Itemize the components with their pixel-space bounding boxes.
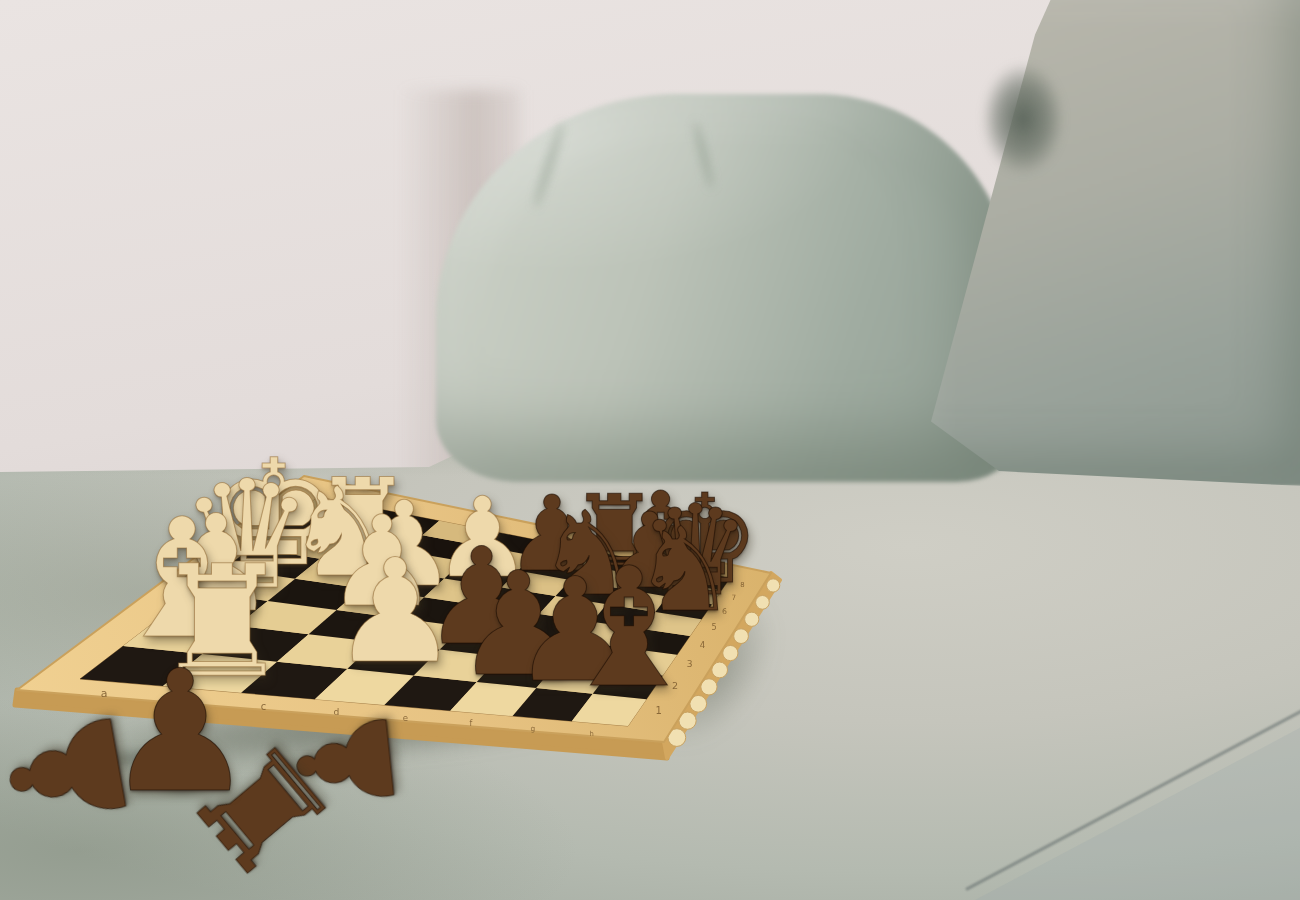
file-label-d: d <box>334 706 340 717</box>
file-label-e: e <box>403 713 408 723</box>
scalloped-edge-bead <box>723 645 738 660</box>
rank-label-1: 1 <box>656 705 662 716</box>
file-label-f: f <box>469 719 472 728</box>
file-label-b: b <box>183 693 190 705</box>
rank-label-5: 5 <box>711 622 716 632</box>
rank-label-8: 8 <box>740 581 744 589</box>
scalloped-edge-bead <box>734 629 749 644</box>
rank-label-7: 7 <box>731 593 736 602</box>
file-label-c: c <box>261 701 266 712</box>
rank-label-2: 2 <box>672 680 678 691</box>
rank-label-3: 3 <box>687 659 693 669</box>
file-label-g: g <box>530 724 535 733</box>
scalloped-edge-bead <box>745 612 759 626</box>
rank-label-6: 6 <box>722 607 727 616</box>
chessboard: abcdefgh12345678 <box>0 0 1300 900</box>
rank-label-4: 4 <box>700 640 706 650</box>
living-room-scene: abcdefgh12345678 ♚♛♜♜♝♞♟♟♟♟♟♚♛♜♝♝♞♞♟♟♟♟♟… <box>0 0 1300 900</box>
scalloped-edge-bead <box>756 595 770 609</box>
file-label-h: h <box>589 730 593 738</box>
file-label-a: a <box>101 687 108 700</box>
scalloped-edge-bead <box>767 579 780 592</box>
